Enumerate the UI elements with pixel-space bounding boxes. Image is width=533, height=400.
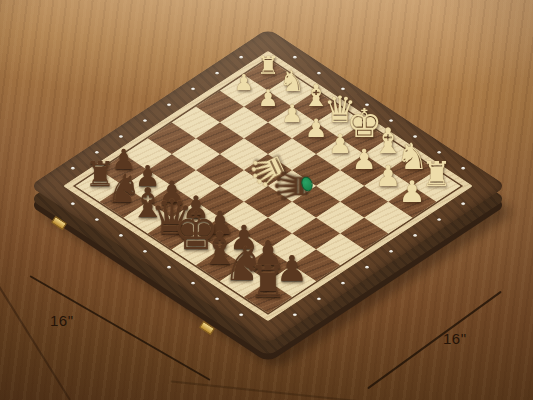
pearl-inlay-dot [166, 103, 172, 107]
white-pawn-a2[interactable]: ♟ [234, 72, 254, 94]
pearl-inlay-dot [214, 71, 220, 75]
pearl-inlay-dot [70, 202, 76, 206]
pearl-inlay-dot [364, 265, 370, 269]
pearl-inlay-dot [388, 249, 394, 253]
white-pawn-g2[interactable]: ♟ [375, 162, 401, 191]
pearl-inlay-dot [460, 202, 466, 206]
white-pawn-d2[interactable]: ♟ [305, 117, 328, 142]
pearl-inlay-dot [214, 297, 220, 301]
left-dimension-label: 16" [50, 312, 74, 329]
pearl-inlay-dot [142, 249, 148, 253]
pearl-inlay-dot [316, 71, 322, 75]
pearl-inlay-dot [142, 119, 148, 123]
pearl-inlay-dot [94, 218, 100, 222]
scene: ♜♞♝♛♚♝♞♜♟♟♟♟♟♟♟♟♛♛♟♟♟♟♟♟♟♟♜♞♝♛♚♝♞♜ 16" 1… [0, 0, 533, 400]
white-pawn-b2[interactable]: ♟ [258, 87, 279, 110]
white-pawn-h2[interactable]: ♟ [399, 176, 426, 206]
pearl-inlay-dot [316, 297, 322, 301]
pearl-inlay-dot [436, 218, 442, 222]
white-pawn-e2[interactable]: ♟ [328, 132, 352, 159]
pearl-inlay-dot [292, 313, 298, 317]
pearl-inlay-dot [190, 87, 196, 91]
pearl-inlay-dot [292, 55, 298, 59]
white-pawn-c2[interactable]: ♟ [281, 102, 303, 126]
white-rook-a1[interactable]: ♜ [257, 54, 279, 79]
black-rook-h8[interactable]: ♜ [248, 260, 287, 304]
right-dimension-label: 16" [443, 330, 467, 347]
pearl-inlay-dot [166, 265, 172, 269]
pearl-inlay-dot [190, 281, 196, 285]
pearl-inlay-dot [118, 135, 124, 139]
pearl-inlay-dot [238, 55, 244, 59]
pearl-inlay-dot [238, 313, 244, 317]
pearl-inlay-dot [70, 166, 76, 170]
pearl-inlay-dot [412, 234, 418, 238]
pearl-inlay-dot [340, 281, 346, 285]
pearl-inlay-dot [460, 166, 466, 170]
pearl-inlay-dot [118, 234, 124, 238]
white-knight-b1[interactable]: ♞ [279, 66, 305, 95]
white-pawn-f2[interactable]: ♟ [352, 147, 377, 175]
